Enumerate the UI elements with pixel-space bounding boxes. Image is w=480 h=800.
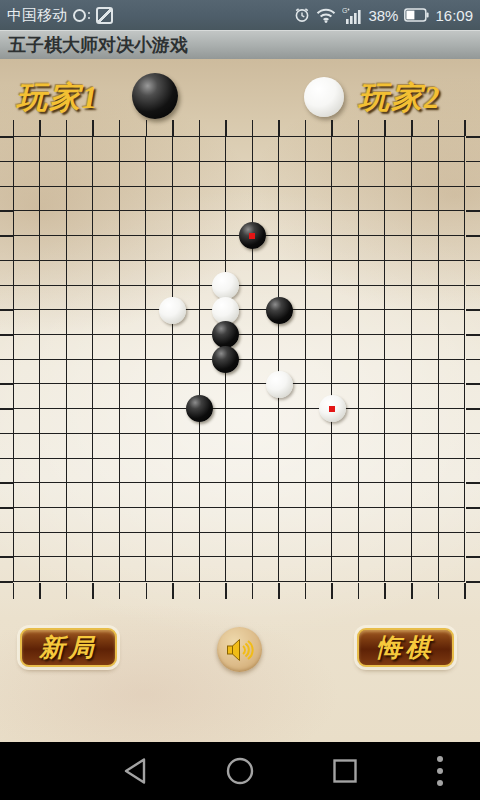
board-cell[interactable] (438, 309, 465, 334)
board-cell[interactable] (358, 383, 385, 408)
board-cell[interactable] (13, 334, 40, 359)
board-cell[interactable] (13, 408, 40, 433)
board-cell[interactable] (331, 507, 358, 532)
board-cell[interactable] (119, 556, 146, 581)
board-cell[interactable] (66, 507, 93, 532)
board-cell[interactable] (438, 458, 465, 483)
board-cell[interactable] (145, 161, 172, 186)
board-cell[interactable] (13, 161, 40, 186)
board-cell[interactable] (13, 210, 40, 235)
board-cell[interactable] (172, 359, 199, 384)
board-cell[interactable] (172, 161, 199, 186)
board-cell[interactable] (278, 210, 305, 235)
board-cell[interactable] (92, 383, 119, 408)
board-cell[interactable] (172, 433, 199, 458)
board-cell[interactable] (172, 186, 199, 211)
board-cell[interactable] (225, 433, 252, 458)
board-cell[interactable] (39, 161, 66, 186)
board-cell[interactable] (225, 482, 252, 507)
board-cell[interactable] (172, 507, 199, 532)
board-cell[interactable] (225, 507, 252, 532)
board-cell[interactable] (39, 408, 66, 433)
board-cell[interactable] (358, 556, 385, 581)
board-cell[interactable] (13, 507, 40, 532)
board-cell[interactable] (119, 458, 146, 483)
board-cell[interactable] (384, 334, 411, 359)
board-cell[interactable] (384, 161, 411, 186)
board-cell[interactable] (66, 334, 93, 359)
board-cell[interactable] (358, 210, 385, 235)
board-cell[interactable] (39, 482, 66, 507)
board-cell[interactable] (92, 235, 119, 260)
board-cell[interactable] (331, 210, 358, 235)
board-cell[interactable] (358, 309, 385, 334)
board-line (225, 583, 227, 599)
board-cell[interactable] (358, 285, 385, 310)
board-cell[interactable] (66, 433, 93, 458)
board-cell[interactable] (66, 260, 93, 285)
board-cell[interactable] (384, 136, 411, 161)
board-cell[interactable] (145, 334, 172, 359)
board-cell[interactable] (305, 359, 332, 384)
board-cell[interactable] (252, 433, 279, 458)
board-cell[interactable] (66, 359, 93, 384)
board-cell[interactable] (66, 532, 93, 557)
board-cell[interactable] (119, 433, 146, 458)
board-cell[interactable] (92, 334, 119, 359)
board-cell[interactable] (13, 359, 40, 384)
board-cell[interactable] (199, 532, 226, 557)
board-cell[interactable] (66, 309, 93, 334)
board-cell[interactable] (119, 285, 146, 310)
board-cell[interactable] (199, 161, 226, 186)
board-cell[interactable] (225, 161, 252, 186)
board-cell[interactable] (92, 458, 119, 483)
board-cell[interactable] (66, 556, 93, 581)
board-cell[interactable] (358, 260, 385, 285)
board-cell[interactable] (278, 260, 305, 285)
board-cell[interactable] (278, 556, 305, 581)
board-cell[interactable] (411, 458, 438, 483)
board-cell[interactable] (66, 285, 93, 310)
board-cell[interactable] (384, 235, 411, 260)
board-cell[interactable] (92, 260, 119, 285)
board-cell[interactable] (384, 210, 411, 235)
nav-menu-button[interactable] (425, 742, 455, 800)
board-cell[interactable] (39, 235, 66, 260)
board-cell[interactable] (358, 359, 385, 384)
board-cell[interactable] (66, 458, 93, 483)
board-cell[interactable] (172, 210, 199, 235)
board-line (0, 383, 13, 385)
board-cell[interactable] (438, 408, 465, 433)
board-cell[interactable] (225, 383, 252, 408)
board-cell[interactable] (92, 210, 119, 235)
board-cell[interactable] (145, 532, 172, 557)
new-game-button[interactable]: 新局 (20, 628, 117, 667)
board-cell[interactable] (92, 408, 119, 433)
board-cell[interactable] (305, 458, 332, 483)
board-cell[interactable] (119, 383, 146, 408)
board-cell[interactable] (252, 408, 279, 433)
board-cell[interactable] (384, 458, 411, 483)
nav-back-button[interactable] (110, 742, 160, 800)
board-cell[interactable] (305, 285, 332, 310)
board-cell[interactable] (39, 136, 66, 161)
board-cell[interactable] (252, 482, 279, 507)
last-move-marker (329, 406, 335, 412)
board-cell[interactable] (39, 532, 66, 557)
board-cell[interactable] (305, 556, 332, 581)
board-cell[interactable] (199, 186, 226, 211)
board-cell[interactable] (39, 334, 66, 359)
board-cell[interactable] (225, 186, 252, 211)
board-cell[interactable] (119, 210, 146, 235)
board-cell[interactable] (39, 433, 66, 458)
board-cell[interactable] (438, 210, 465, 235)
board-cell[interactable] (384, 532, 411, 557)
board-cell[interactable] (384, 309, 411, 334)
board-cell[interactable] (411, 334, 438, 359)
board-cell[interactable] (331, 235, 358, 260)
board-cell[interactable] (66, 161, 93, 186)
board-cell[interactable] (278, 186, 305, 211)
board-cell[interactable] (225, 458, 252, 483)
board-cell[interactable] (305, 334, 332, 359)
board-cell[interactable] (39, 186, 66, 211)
board-cell[interactable] (411, 235, 438, 260)
nav-recents-button[interactable] (320, 742, 370, 800)
board-cell[interactable] (438, 556, 465, 581)
board-line (466, 507, 480, 509)
board-cell[interactable] (411, 532, 438, 557)
board-cell[interactable] (331, 482, 358, 507)
board-cell[interactable] (172, 532, 199, 557)
board-cell[interactable] (13, 260, 40, 285)
board-cell[interactable] (358, 507, 385, 532)
board-cell[interactable] (305, 235, 332, 260)
board-cell[interactable] (145, 136, 172, 161)
board-cell[interactable] (145, 186, 172, 211)
board-cell[interactable] (92, 186, 119, 211)
board-line (331, 583, 333, 599)
board-cell[interactable] (411, 433, 438, 458)
board-cell[interactable] (199, 433, 226, 458)
board-cell[interactable] (172, 260, 199, 285)
carrier-label: 中国移动 (7, 6, 67, 25)
board-cell[interactable] (358, 334, 385, 359)
board-cell[interactable] (305, 309, 332, 334)
board-cell[interactable] (358, 186, 385, 211)
board-line (0, 186, 13, 188)
board-cell[interactable] (172, 136, 199, 161)
board-cell[interactable] (411, 383, 438, 408)
board-cell[interactable] (305, 186, 332, 211)
board-cell[interactable] (252, 161, 279, 186)
board-cell[interactable] (119, 408, 146, 433)
board-cell[interactable] (331, 556, 358, 581)
board-cell[interactable] (225, 136, 252, 161)
board-cell[interactable] (145, 482, 172, 507)
board-cell[interactable] (39, 359, 66, 384)
board-cell[interactable] (278, 482, 305, 507)
board-cell[interactable] (13, 556, 40, 581)
board-cell[interactable] (305, 532, 332, 557)
board-cell[interactable] (145, 359, 172, 384)
board-cell[interactable] (145, 556, 172, 581)
board-cell[interactable] (331, 136, 358, 161)
board-cell[interactable] (145, 433, 172, 458)
board-cell[interactable] (278, 507, 305, 532)
board-cell[interactable] (305, 260, 332, 285)
board-cell[interactable] (305, 482, 332, 507)
board-cell[interactable] (278, 161, 305, 186)
board-cell[interactable] (331, 260, 358, 285)
board-line (358, 583, 360, 599)
board-cell[interactable] (438, 285, 465, 310)
board-cell[interactable] (172, 235, 199, 260)
board-cell[interactable] (358, 161, 385, 186)
undo-label: 悔棋 (377, 631, 435, 664)
board-cell[interactable] (145, 383, 172, 408)
board-cell[interactable] (39, 458, 66, 483)
board-cell[interactable] (119, 309, 146, 334)
board-cell[interactable] (305, 507, 332, 532)
board-cell[interactable] (411, 186, 438, 211)
board-cell[interactable] (438, 161, 465, 186)
board-cell[interactable] (66, 482, 93, 507)
board-cell[interactable] (384, 507, 411, 532)
board-cell[interactable] (411, 482, 438, 507)
board-cell[interactable] (66, 383, 93, 408)
board-cell[interactable] (39, 556, 66, 581)
board-cell[interactable] (278, 408, 305, 433)
board-cell[interactable] (384, 556, 411, 581)
board-cell[interactable] (411, 556, 438, 581)
board-cell[interactable] (252, 458, 279, 483)
board-cell[interactable] (358, 235, 385, 260)
board-cell[interactable] (92, 309, 119, 334)
board-cell[interactable] (384, 482, 411, 507)
board-line (464, 120, 466, 136)
board-cell[interactable] (13, 482, 40, 507)
board-cell[interactable] (92, 136, 119, 161)
board-cell[interactable] (145, 235, 172, 260)
board-cell[interactable] (411, 260, 438, 285)
board-cell[interactable] (145, 408, 172, 433)
board-cell[interactable] (66, 186, 93, 211)
board-cell[interactable] (92, 359, 119, 384)
board-cell[interactable] (384, 186, 411, 211)
board-cell[interactable] (331, 186, 358, 211)
board-cell[interactable] (172, 458, 199, 483)
board-cell[interactable] (331, 359, 358, 384)
board-cell[interactable] (199, 136, 226, 161)
board-cell[interactable] (39, 285, 66, 310)
board-line (466, 458, 480, 460)
board-cell[interactable] (172, 334, 199, 359)
board-cell[interactable] (252, 260, 279, 285)
board-cell[interactable] (438, 359, 465, 384)
board-cell[interactable] (411, 136, 438, 161)
board-cell[interactable] (13, 433, 40, 458)
board-cell[interactable] (39, 260, 66, 285)
board-cell[interactable] (199, 482, 226, 507)
board-cell[interactable] (331, 309, 358, 334)
board-cell[interactable] (358, 408, 385, 433)
board-cell[interactable] (145, 210, 172, 235)
board-cell[interactable] (172, 556, 199, 581)
board-cell[interactable] (252, 556, 279, 581)
board-line (0, 556, 13, 558)
board-cell[interactable] (411, 408, 438, 433)
board-cell[interactable] (384, 408, 411, 433)
board-cell[interactable] (39, 507, 66, 532)
white-stone (212, 272, 239, 299)
board-cell[interactable] (66, 136, 93, 161)
board-cell[interactable] (13, 186, 40, 211)
board-cell[interactable] (331, 334, 358, 359)
board-cell[interactable] (358, 458, 385, 483)
board-cell[interactable] (358, 482, 385, 507)
board-cell[interactable] (199, 556, 226, 581)
board-cell[interactable] (305, 433, 332, 458)
board-cell[interactable] (278, 458, 305, 483)
board-line (466, 260, 480, 262)
board-cell[interactable] (199, 507, 226, 532)
board-cell[interactable] (384, 383, 411, 408)
board-cell[interactable] (145, 458, 172, 483)
nav-home-button[interactable] (215, 742, 265, 800)
battery-icon (404, 8, 429, 22)
board-cell[interactable] (13, 532, 40, 557)
board-cell[interactable] (199, 235, 226, 260)
board-cell[interactable] (331, 532, 358, 557)
board-cell[interactable] (278, 334, 305, 359)
board-cell[interactable] (13, 136, 40, 161)
board-cell[interactable] (119, 186, 146, 211)
board-cell[interactable] (119, 482, 146, 507)
board-cell[interactable] (92, 482, 119, 507)
board-cell[interactable] (358, 136, 385, 161)
board-line (466, 383, 480, 385)
board-line (466, 210, 480, 212)
board-cell[interactable] (358, 433, 385, 458)
board-cell[interactable] (225, 408, 252, 433)
board-cell[interactable] (438, 260, 465, 285)
board-cell[interactable] (119, 260, 146, 285)
board-cell[interactable] (278, 433, 305, 458)
board-cell[interactable] (119, 136, 146, 161)
board-cell[interactable] (384, 260, 411, 285)
board-cell[interactable] (119, 334, 146, 359)
board-cell[interactable] (252, 507, 279, 532)
board-cell[interactable] (92, 556, 119, 581)
board-cell[interactable] (225, 556, 252, 581)
board-cell[interactable] (119, 532, 146, 557)
board-cell[interactable] (13, 458, 40, 483)
board-cell[interactable] (411, 161, 438, 186)
board-cell[interactable] (13, 285, 40, 310)
phone-screen: 中国移动 G (0, 0, 480, 800)
board-cell[interactable] (411, 309, 438, 334)
board-cell[interactable] (252, 334, 279, 359)
board-cell[interactable] (119, 235, 146, 260)
board-cell[interactable] (358, 532, 385, 557)
board-cell[interactable] (172, 482, 199, 507)
board-cell[interactable] (438, 532, 465, 557)
board-cell[interactable] (305, 210, 332, 235)
board-cell[interactable] (13, 309, 40, 334)
board-cell[interactable] (199, 210, 226, 235)
board-cell[interactable] (438, 235, 465, 260)
board-cell[interactable] (438, 334, 465, 359)
board-cell[interactable] (438, 136, 465, 161)
board-cell[interactable] (331, 458, 358, 483)
board-cell[interactable] (278, 136, 305, 161)
board-cell[interactable] (66, 210, 93, 235)
board-cell[interactable] (331, 161, 358, 186)
board-cell[interactable] (411, 507, 438, 532)
board-cell[interactable] (411, 285, 438, 310)
board-cell[interactable] (66, 408, 93, 433)
board-cell[interactable] (278, 235, 305, 260)
board-cell[interactable] (66, 235, 93, 260)
sound-toggle-button[interactable] (217, 627, 262, 672)
board-cell[interactable] (305, 161, 332, 186)
board-cell[interactable] (39, 210, 66, 235)
board-cell[interactable] (438, 482, 465, 507)
board-cell[interactable] (252, 186, 279, 211)
board-cell[interactable] (13, 235, 40, 260)
board-cell[interactable] (13, 383, 40, 408)
board-cell[interactable] (119, 507, 146, 532)
board-cell[interactable] (331, 433, 358, 458)
board-line (172, 583, 174, 599)
board-cell[interactable] (331, 285, 358, 310)
board-cell[interactable] (438, 433, 465, 458)
undo-button[interactable]: 悔棋 (357, 628, 454, 667)
board-cell[interactable] (119, 161, 146, 186)
board-cell[interactable] (411, 210, 438, 235)
board-cell[interactable] (384, 359, 411, 384)
recents-icon (332, 758, 358, 784)
board-cell[interactable] (199, 458, 226, 483)
board-cell[interactable] (92, 532, 119, 557)
board-cell[interactable] (411, 359, 438, 384)
board-cell[interactable] (92, 433, 119, 458)
board-cell[interactable] (225, 532, 252, 557)
board-cell[interactable] (145, 260, 172, 285)
board-cell[interactable] (384, 285, 411, 310)
board-cell[interactable] (384, 433, 411, 458)
board-cell[interactable] (119, 359, 146, 384)
board-cell[interactable] (92, 507, 119, 532)
board-cell[interactable] (438, 507, 465, 532)
board-cell[interactable] (438, 186, 465, 211)
board-cell[interactable] (305, 136, 332, 161)
board-cell[interactable] (438, 383, 465, 408)
board-cell[interactable] (145, 507, 172, 532)
board-cell[interactable] (92, 285, 119, 310)
board-cell[interactable] (252, 532, 279, 557)
board-cell[interactable] (278, 532, 305, 557)
board-cell[interactable] (252, 136, 279, 161)
board-cell[interactable] (92, 161, 119, 186)
white-stone (159, 297, 186, 324)
board-cell[interactable] (39, 309, 66, 334)
board-cell[interactable] (39, 383, 66, 408)
